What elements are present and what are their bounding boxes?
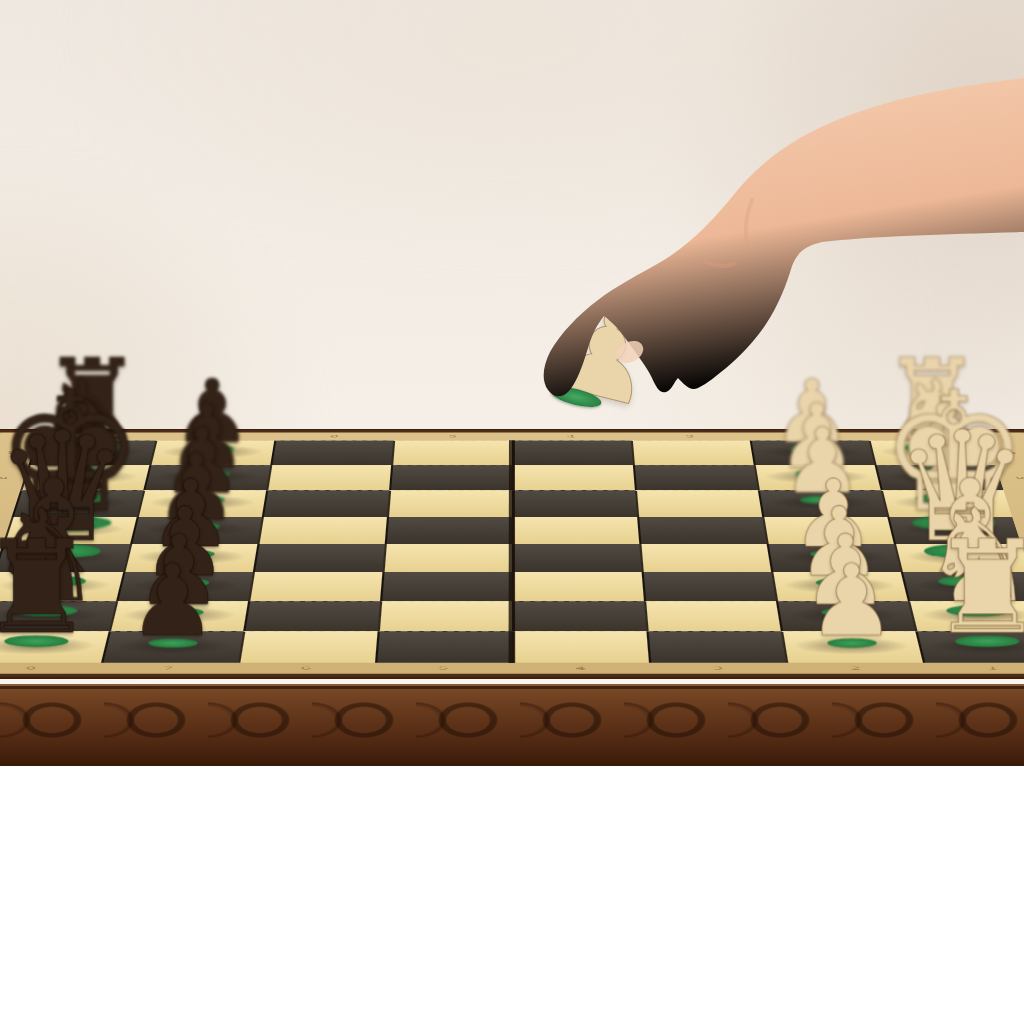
chess-board[interactable]: 87654321 87654321 hgfedcba hgfedcba ♜♞♝♛… <box>0 430 1024 677</box>
square-h3[interactable] <box>631 441 754 466</box>
square-h4[interactable] <box>512 441 633 466</box>
square-a5[interactable] <box>375 631 512 662</box>
piece-glyph: ♟ <box>807 554 896 648</box>
carved-front-edge <box>0 684 1024 770</box>
square-f4[interactable] <box>512 490 637 516</box>
board-fold-seam <box>509 440 516 663</box>
square-f6[interactable] <box>262 490 389 516</box>
photo-stage: { "game": "chess", "scene": { "descripti… <box>0 0 1024 1024</box>
square-d4[interactable] <box>512 544 642 572</box>
square-a4[interactable] <box>512 631 649 662</box>
square-c3[interactable] <box>642 572 776 601</box>
square-e3[interactable] <box>637 517 766 544</box>
coord-label: 2 <box>786 664 925 673</box>
square-d5[interactable] <box>382 544 512 572</box>
square-e6[interactable] <box>257 517 386 544</box>
square-g3[interactable] <box>633 465 758 490</box>
coord-label: 8 <box>0 664 101 673</box>
square-h6[interactable] <box>270 441 393 466</box>
square-a3[interactable] <box>646 631 786 662</box>
coord-label: 3 <box>649 664 788 673</box>
coord-label: 7 <box>99 664 238 673</box>
square-b6[interactable] <box>243 601 380 631</box>
piece-glyph: ♜ <box>0 526 94 648</box>
piece-glyph: ♟ <box>128 554 217 648</box>
square-g6[interactable] <box>266 465 391 490</box>
coord-label: 1 <box>923 664 1024 673</box>
square-b4[interactable] <box>512 601 646 631</box>
square-f3[interactable] <box>635 490 762 516</box>
square-d6[interactable] <box>253 544 385 572</box>
square-c6[interactable] <box>248 572 382 601</box>
square-g5[interactable] <box>389 465 512 490</box>
square-a6[interactable] <box>238 631 378 662</box>
coord-label: 5 <box>374 664 512 673</box>
piece-glyph: ♜ <box>930 526 1024 648</box>
square-e5[interactable] <box>385 517 512 544</box>
coord-label: 6 <box>236 664 375 673</box>
coord-label: 4 <box>512 664 650 673</box>
square-c5[interactable] <box>380 572 512 601</box>
square-b5[interactable] <box>378 601 512 631</box>
square-e4[interactable] <box>512 517 639 544</box>
square-b3[interactable] <box>644 601 781 631</box>
square-h5[interactable] <box>391 441 512 466</box>
square-c4[interactable] <box>512 572 644 601</box>
white-table-surface <box>0 766 1024 1024</box>
square-d3[interactable] <box>639 544 771 572</box>
square-f5[interactable] <box>387 490 512 516</box>
rank-labels-near: 87654321 <box>0 664 1024 673</box>
square-g4[interactable] <box>512 465 635 490</box>
